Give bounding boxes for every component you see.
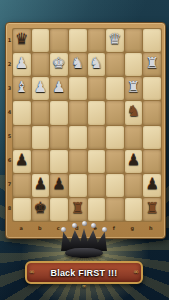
piece-black-rook[interactable]: ♜ xyxy=(71,201,84,216)
piece-white-queen[interactable]: ♛ xyxy=(108,32,121,47)
square-b1[interactable] xyxy=(32,29,50,52)
piece-black-queen[interactable]: ♛ xyxy=(15,32,28,47)
square-a7[interactable] xyxy=(13,174,31,197)
square-e8[interactable] xyxy=(88,198,106,221)
square-b8[interactable]: ♚ xyxy=(32,198,50,221)
piece-black-rook[interactable]: ♜ xyxy=(145,201,158,216)
crown-base xyxy=(65,248,103,258)
square-c4[interactable] xyxy=(50,101,68,124)
square-d5[interactable] xyxy=(69,126,87,149)
piece-black-king[interactable]: ♚ xyxy=(34,201,47,216)
file-label-b: b xyxy=(31,221,50,234)
piece-black-pawn[interactable]: ♟ xyxy=(127,153,140,168)
chess-board-frame: 12345678 ♛♛♟♚♞♞♜♝♟♟♜♞♟♟♟♟♟♚♜♜ abcdefgh xyxy=(5,22,166,239)
square-e6[interactable] xyxy=(88,150,106,173)
square-g3[interactable]: ♜ xyxy=(125,77,143,100)
crown-ball xyxy=(61,227,66,232)
turn-banner-text: Black FIRST !!! xyxy=(50,268,117,278)
square-d2[interactable]: ♞ xyxy=(69,53,87,76)
square-g2[interactable] xyxy=(125,53,143,76)
square-c1[interactable] xyxy=(50,29,68,52)
banner-ornament-right: ∞ xyxy=(133,269,139,276)
black-crown-icon xyxy=(61,221,107,260)
square-b6[interactable] xyxy=(32,150,50,173)
square-c5[interactable] xyxy=(50,126,68,149)
square-f7[interactable] xyxy=(106,174,124,197)
square-d1[interactable] xyxy=(69,29,87,52)
square-a8[interactable] xyxy=(13,198,31,221)
square-d4[interactable] xyxy=(69,101,87,124)
square-f5[interactable] xyxy=(106,126,124,149)
piece-white-knight[interactable]: ♞ xyxy=(90,56,103,71)
piece-white-pawn[interactable]: ♟ xyxy=(52,80,65,95)
square-h6[interactable] xyxy=(143,150,161,173)
square-d6[interactable] xyxy=(69,150,87,173)
square-h3[interactable] xyxy=(143,77,161,100)
piece-white-pawn[interactable]: ♟ xyxy=(15,56,28,71)
piece-black-knight[interactable]: ♞ xyxy=(127,104,140,119)
piece-black-pawn[interactable]: ♟ xyxy=(145,177,158,192)
square-e5[interactable] xyxy=(88,126,106,149)
piece-black-pawn[interactable]: ♟ xyxy=(52,177,65,192)
square-c2[interactable]: ♚ xyxy=(50,53,68,76)
file-label-h: h xyxy=(142,221,161,234)
piece-white-pawn[interactable]: ♟ xyxy=(34,80,47,95)
square-h4[interactable] xyxy=(143,101,161,124)
square-e3[interactable] xyxy=(88,77,106,100)
turn-banner: ∞ Black FIRST !!! ∞ ∞ xyxy=(25,261,143,284)
square-g6[interactable]: ♟ xyxy=(125,150,143,173)
crown-ball xyxy=(91,223,96,228)
square-g4[interactable]: ♞ xyxy=(125,101,143,124)
square-g1[interactable] xyxy=(125,29,143,52)
piece-white-rook[interactable]: ♜ xyxy=(127,80,140,95)
square-f1[interactable]: ♛ xyxy=(106,29,124,52)
square-b4[interactable] xyxy=(32,101,50,124)
square-a3[interactable]: ♝ xyxy=(13,77,31,100)
piece-black-pawn[interactable]: ♟ xyxy=(34,177,47,192)
square-h8[interactable]: ♜ xyxy=(143,198,161,221)
piece-white-rook[interactable]: ♜ xyxy=(145,56,158,71)
square-a4[interactable] xyxy=(13,101,31,124)
square-a5[interactable] xyxy=(13,126,31,149)
square-h1[interactable] xyxy=(143,29,161,52)
square-e1[interactable] xyxy=(88,29,106,52)
piece-black-pawn[interactable]: ♟ xyxy=(15,153,28,168)
square-d7[interactable] xyxy=(69,174,87,197)
square-e4[interactable] xyxy=(88,101,106,124)
square-a6[interactable]: ♟ xyxy=(13,150,31,173)
crown-ball xyxy=(72,223,77,228)
square-g8[interactable] xyxy=(125,198,143,221)
crown-ball xyxy=(82,221,87,226)
piece-white-king[interactable]: ♚ xyxy=(52,56,65,71)
file-label-f: f xyxy=(105,221,124,234)
square-a1[interactable]: ♛ xyxy=(13,29,31,52)
file-label-a: a xyxy=(12,221,31,234)
square-c7[interactable]: ♟ xyxy=(50,174,68,197)
square-f2[interactable] xyxy=(106,53,124,76)
square-a2[interactable]: ♟ xyxy=(13,53,31,76)
crown-ball xyxy=(102,227,107,232)
square-b7[interactable]: ♟ xyxy=(32,174,50,197)
square-d3[interactable] xyxy=(69,77,87,100)
square-e7[interactable] xyxy=(88,174,106,197)
square-b3[interactable]: ♟ xyxy=(32,77,50,100)
square-d8[interactable]: ♜ xyxy=(69,198,87,221)
square-c8[interactable] xyxy=(50,198,68,221)
square-c3[interactable]: ♟ xyxy=(50,77,68,100)
square-f6[interactable] xyxy=(106,150,124,173)
square-e2[interactable]: ♞ xyxy=(88,53,106,76)
piece-white-bishop[interactable]: ♝ xyxy=(15,80,28,95)
piece-white-knight[interactable]: ♞ xyxy=(71,56,84,71)
banner-ornament-left: ∞ xyxy=(29,269,35,276)
square-f3[interactable] xyxy=(106,77,124,100)
chess-board[interactable]: ♛♛♟♚♞♞♜♝♟♟♜♞♟♟♟♟♟♚♜♜ xyxy=(12,28,162,222)
file-label-g: g xyxy=(123,221,142,234)
square-h7[interactable]: ♟ xyxy=(143,174,161,197)
square-h2[interactable]: ♜ xyxy=(143,53,161,76)
app-screen: 12345678 ♛♛♟♚♞♞♜♝♟♟♜♞♟♟♟♟♟♚♜♜ abcdefgh ∞… xyxy=(0,0,169,300)
square-b2[interactable] xyxy=(32,53,50,76)
square-f4[interactable] xyxy=(106,101,124,124)
square-c6[interactable] xyxy=(50,150,68,173)
square-h5[interactable] xyxy=(143,126,161,149)
square-g7[interactable] xyxy=(125,174,143,197)
banner-ornament-bottom: ∞ xyxy=(82,283,87,289)
square-f8[interactable] xyxy=(106,198,124,221)
square-b5[interactable] xyxy=(32,126,50,149)
square-g5[interactable] xyxy=(125,126,143,149)
